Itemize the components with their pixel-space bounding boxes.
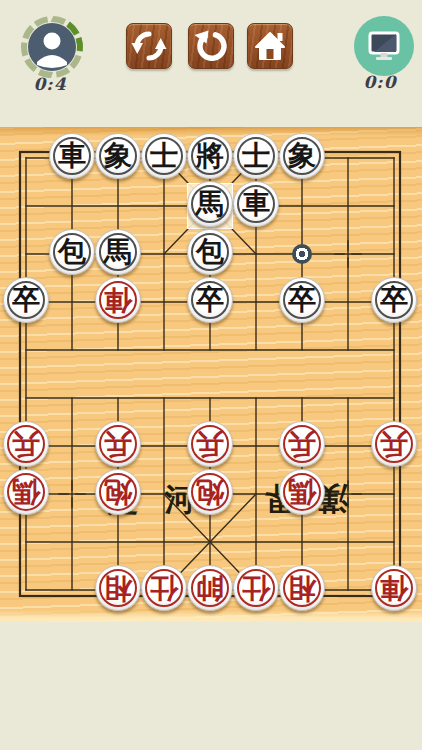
piece-red-rook[interactable]: 俥 <box>95 277 141 323</box>
piece-glyph: 象 <box>96 134 140 178</box>
piece-glyph: 帥 <box>188 566 232 610</box>
computer-timer: 0:0 <box>358 72 402 92</box>
computer-monitor-icon <box>362 24 406 68</box>
piece-glyph: 將 <box>188 134 232 178</box>
piece-glyph: 兵 <box>4 422 48 466</box>
piece-glyph: 俥 <box>372 566 416 610</box>
piece-red-pawn[interactable]: 兵 <box>279 421 325 467</box>
piece-black-rook[interactable]: 車 <box>49 133 95 179</box>
piece-red-elephant[interactable]: 相 <box>279 565 325 611</box>
piece-black-elephant[interactable]: 象 <box>279 133 325 179</box>
piece-red-cannon[interactable]: 炮 <box>95 469 141 515</box>
computer-player-badge[interactable] <box>354 16 414 76</box>
piece-red-cannon[interactable]: 炮 <box>187 469 233 515</box>
piece-glyph: 卒 <box>4 278 48 322</box>
piece-red-horse[interactable]: 傌 <box>279 469 325 515</box>
piece-glyph: 馬 <box>188 182 232 226</box>
piece-glyph: 車 <box>234 182 278 226</box>
piece-red-advisor[interactable]: 仕 <box>141 565 187 611</box>
app-screen: 0:4 <box>0 0 422 750</box>
player-avatar-icon <box>20 15 84 79</box>
home-button[interactable] <box>247 23 293 69</box>
piece-black-rook[interactable]: 車 <box>233 181 279 227</box>
piece-glyph: 仕 <box>234 566 278 610</box>
piece-glyph: 俥 <box>96 278 140 322</box>
piece-red-rook[interactable]: 俥 <box>371 565 417 611</box>
piece-glyph: 相 <box>280 566 324 610</box>
top-bar: 0:4 <box>0 0 422 127</box>
board[interactable]: 楚 河 界 漢 車象士將士象馬車包馬包卒卒卒卒俥兵兵兵兵兵傌炮炮傌相仕帥仕相俥 <box>0 127 422 622</box>
piece-black-general[interactable]: 將 <box>187 133 233 179</box>
piece-black-pawn[interactable]: 卒 <box>279 277 325 323</box>
piece-red-pawn[interactable]: 兵 <box>371 421 417 467</box>
piece-glyph: 兵 <box>372 422 416 466</box>
player-timer: 0:4 <box>30 74 70 94</box>
piece-black-advisor[interactable]: 士 <box>141 133 187 179</box>
undo-circle-icon <box>191 26 231 66</box>
last-move-from-marker <box>292 244 312 264</box>
piece-black-elephant[interactable]: 象 <box>95 133 141 179</box>
home-icon <box>250 26 290 66</box>
piece-red-elephant[interactable]: 相 <box>95 565 141 611</box>
piece-red-advisor[interactable]: 仕 <box>233 565 279 611</box>
piece-black-cannon[interactable]: 包 <box>49 229 95 275</box>
piece-black-horse[interactable]: 馬 <box>187 181 233 227</box>
piece-glyph: 兵 <box>96 422 140 466</box>
piece-glyph: 兵 <box>280 422 324 466</box>
player-avatar-button[interactable] <box>20 15 84 79</box>
piece-glyph: 仕 <box>142 566 186 610</box>
piece-red-pawn[interactable]: 兵 <box>3 421 49 467</box>
piece-glyph: 馬 <box>96 230 140 274</box>
piece-glyph: 象 <box>280 134 324 178</box>
piece-glyph: 卒 <box>372 278 416 322</box>
piece-black-advisor[interactable]: 士 <box>233 133 279 179</box>
piece-glyph: 卒 <box>188 278 232 322</box>
piece-glyph: 士 <box>234 134 278 178</box>
piece-black-pawn[interactable]: 卒 <box>187 277 233 323</box>
piece-glyph: 相 <box>96 566 140 610</box>
piece-black-cannon[interactable]: 包 <box>187 229 233 275</box>
piece-red-horse[interactable]: 傌 <box>3 469 49 515</box>
piece-glyph: 傌 <box>4 470 48 514</box>
piece-glyph: 炮 <box>188 470 232 514</box>
piece-glyph: 炮 <box>96 470 140 514</box>
piece-red-general[interactable]: 帥 <box>187 565 233 611</box>
piece-glyph: 卒 <box>280 278 324 322</box>
piece-glyph: 傌 <box>280 470 324 514</box>
piece-black-pawn[interactable]: 卒 <box>3 277 49 323</box>
swap-sides-button[interactable] <box>126 23 172 69</box>
piece-glyph: 包 <box>188 230 232 274</box>
piece-glyph: 包 <box>50 230 94 274</box>
piece-red-pawn[interactable]: 兵 <box>95 421 141 467</box>
piece-black-pawn[interactable]: 卒 <box>371 277 417 323</box>
sync-arrows-icon <box>129 26 169 66</box>
piece-glyph: 士 <box>142 134 186 178</box>
piece-black-horse[interactable]: 馬 <box>95 229 141 275</box>
restart-button[interactable] <box>188 23 234 69</box>
piece-red-pawn[interactable]: 兵 <box>187 421 233 467</box>
piece-glyph: 兵 <box>188 422 232 466</box>
piece-glyph: 車 <box>50 134 94 178</box>
